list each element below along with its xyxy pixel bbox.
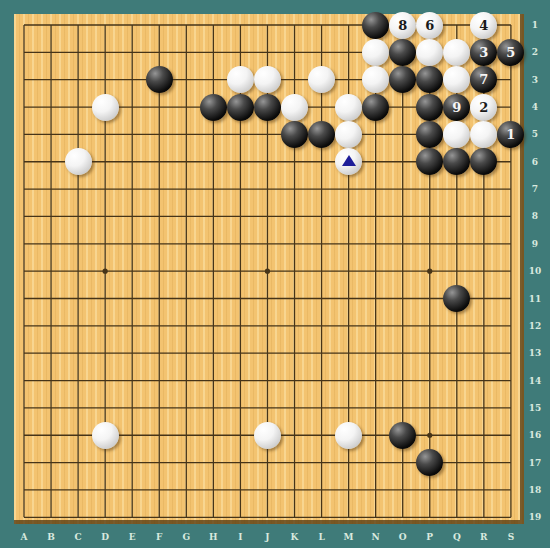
column-label: C	[75, 533, 82, 542]
white-stone	[443, 121, 470, 148]
white-stone	[281, 94, 308, 121]
column-label: B	[47, 533, 55, 542]
black-stone	[416, 94, 443, 121]
white-stone	[254, 422, 281, 449]
column-label: F	[156, 533, 162, 542]
column-label: H	[209, 533, 218, 542]
row-label: 17	[529, 458, 542, 467]
go-game-screenshot: 123456789 ABCDEFGHIJKLMNOPQRS12345678910…	[0, 0, 550, 548]
black-stone	[227, 94, 254, 121]
black-stone	[308, 121, 335, 148]
row-label: 12	[529, 321, 542, 330]
black-stone	[416, 121, 443, 148]
white-stone	[227, 66, 254, 93]
white-stone	[470, 94, 497, 121]
column-label: K	[291, 533, 299, 542]
row-label: 2	[532, 48, 538, 57]
column-label: D	[101, 533, 109, 542]
white-stone	[443, 39, 470, 66]
row-label: 15	[529, 403, 542, 412]
black-stone	[362, 94, 389, 121]
row-label: 19	[529, 513, 542, 522]
row-label: 14	[529, 376, 542, 385]
row-label: 7	[532, 185, 538, 194]
black-stone	[254, 94, 281, 121]
row-label: 8	[532, 212, 538, 221]
row-label: 18	[529, 485, 542, 494]
black-stone	[470, 39, 497, 66]
white-stone	[470, 12, 497, 39]
column-label: G	[182, 533, 190, 542]
row-label: 1	[532, 21, 538, 30]
black-stone	[200, 94, 227, 121]
white-stone	[92, 94, 119, 121]
column-label: P	[426, 533, 433, 542]
row-label: 9	[532, 239, 538, 248]
column-label: O	[399, 533, 407, 542]
row-label: 3	[532, 75, 538, 84]
row-label: 13	[529, 349, 542, 358]
column-label: Q	[453, 533, 461, 542]
row-label: 6	[532, 157, 538, 166]
white-stone	[416, 39, 443, 66]
column-label: A	[21, 533, 28, 542]
column-label: R	[480, 533, 487, 542]
white-stone	[335, 94, 362, 121]
row-label: 16	[529, 431, 542, 440]
column-label: M	[344, 533, 354, 542]
black-stone	[281, 121, 308, 148]
white-stone	[92, 422, 119, 449]
white-stone	[416, 12, 443, 39]
white-stone	[335, 422, 362, 449]
white-stone	[254, 66, 281, 93]
black-stone	[443, 94, 470, 121]
column-label: E	[129, 533, 136, 542]
black-stone	[389, 39, 416, 66]
column-label: I	[238, 533, 242, 542]
row-label: 10	[529, 267, 542, 276]
row-label: 4	[532, 103, 538, 112]
column-label: J	[265, 533, 269, 542]
column-label: S	[508, 533, 515, 542]
white-stone	[335, 121, 362, 148]
white-stone	[65, 148, 92, 175]
black-stone	[146, 66, 173, 93]
column-label: N	[372, 533, 380, 542]
row-label: 11	[529, 294, 542, 303]
white-stone	[362, 39, 389, 66]
column-label: L	[318, 533, 324, 542]
row-label: 5	[532, 130, 538, 139]
black-stone	[362, 12, 389, 39]
white-stone	[389, 12, 416, 39]
black-stone	[389, 422, 416, 449]
